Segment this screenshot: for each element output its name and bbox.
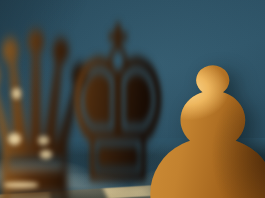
chess-photo-scene: ♛ ♚ ♟: [0, 0, 265, 198]
board-reflection-streak: [4, 182, 38, 188]
bokeh-highlight: [8, 133, 21, 145]
focused-pawn-piece: ♟: [111, 44, 265, 198]
bokeh-highlight: [38, 136, 49, 145]
bokeh-highlight: [12, 88, 21, 99]
bokeh-highlight: [40, 150, 52, 159]
